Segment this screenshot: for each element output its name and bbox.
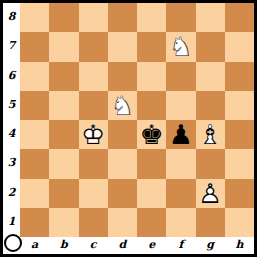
square-b2[interactable] <box>49 179 78 208</box>
square-b6[interactable] <box>49 62 78 91</box>
square-f8[interactable] <box>166 3 195 32</box>
square-e2[interactable] <box>137 179 166 208</box>
square-a1[interactable] <box>20 208 49 237</box>
black-king[interactable]: ♚ <box>137 120 166 149</box>
square-e7[interactable] <box>137 32 166 61</box>
square-d7[interactable] <box>108 32 137 61</box>
square-h3[interactable] <box>225 149 254 178</box>
square-b3[interactable] <box>49 149 78 178</box>
chess-diagram: ♞♘♞♘♚♔♚♟♝♗♟♙ 87654321 abcdefgh <box>0 0 257 257</box>
file-label-b: b <box>49 237 78 254</box>
white-knight[interactable]: ♞♘ <box>166 32 195 61</box>
square-c5[interactable] <box>79 91 108 120</box>
square-c6[interactable] <box>79 62 108 91</box>
square-c2[interactable] <box>79 179 108 208</box>
rank-labels: 87654321 <box>3 3 20 237</box>
square-b5[interactable] <box>49 91 78 120</box>
square-e5[interactable] <box>137 91 166 120</box>
square-h8[interactable] <box>225 3 254 32</box>
square-e3[interactable] <box>137 149 166 178</box>
rank-label-7: 7 <box>3 32 20 61</box>
square-c3[interactable] <box>79 149 108 178</box>
square-b1[interactable] <box>49 208 78 237</box>
file-label-f: f <box>166 237 195 254</box>
square-h5[interactable] <box>225 91 254 120</box>
file-label-c: c <box>79 237 108 254</box>
black-pawn[interactable]: ♟ <box>166 120 195 149</box>
square-g2[interactable]: ♟♙ <box>196 179 225 208</box>
square-f1[interactable] <box>166 208 195 237</box>
square-f6[interactable] <box>166 62 195 91</box>
square-e6[interactable] <box>137 62 166 91</box>
square-d5[interactable]: ♞♘ <box>108 91 137 120</box>
square-g6[interactable] <box>196 62 225 91</box>
rank-label-1: 1 <box>3 208 20 237</box>
square-f5[interactable] <box>166 91 195 120</box>
white-bishop[interactable]: ♝♗ <box>196 120 225 149</box>
square-g1[interactable] <box>196 208 225 237</box>
white-knight[interactable]: ♞♘ <box>108 91 137 120</box>
square-b7[interactable] <box>49 32 78 61</box>
square-d6[interactable] <box>108 62 137 91</box>
square-g4[interactable]: ♝♗ <box>196 120 225 149</box>
square-d1[interactable] <box>108 208 137 237</box>
chess-board: ♞♘♞♘♚♔♚♟♝♗♟♙ <box>20 3 254 237</box>
square-a5[interactable] <box>20 91 49 120</box>
white-to-move-indicator <box>4 234 22 252</box>
square-e8[interactable] <box>137 3 166 32</box>
square-a7[interactable] <box>20 32 49 61</box>
square-a4[interactable] <box>20 120 49 149</box>
square-c4[interactable]: ♚♔ <box>79 120 108 149</box>
rank-label-3: 3 <box>3 149 20 178</box>
square-h2[interactable] <box>225 179 254 208</box>
square-h6[interactable] <box>225 62 254 91</box>
square-e4[interactable]: ♚ <box>137 120 166 149</box>
square-h1[interactable] <box>225 208 254 237</box>
square-h7[interactable] <box>225 32 254 61</box>
square-c8[interactable] <box>79 3 108 32</box>
square-f4[interactable]: ♟ <box>166 120 195 149</box>
square-d2[interactable] <box>108 179 137 208</box>
square-a6[interactable] <box>20 62 49 91</box>
square-h4[interactable] <box>225 120 254 149</box>
rank-label-4: 4 <box>3 120 20 149</box>
white-king[interactable]: ♚♔ <box>79 120 108 149</box>
file-label-g: g <box>196 237 225 254</box>
square-a8[interactable] <box>20 3 49 32</box>
square-f7[interactable]: ♞♘ <box>166 32 195 61</box>
rank-label-5: 5 <box>3 91 20 120</box>
file-labels: abcdefgh <box>20 237 254 254</box>
rank-label-8: 8 <box>3 3 20 32</box>
file-label-d: d <box>108 237 137 254</box>
square-a2[interactable] <box>20 179 49 208</box>
square-a3[interactable] <box>20 149 49 178</box>
square-c7[interactable] <box>79 32 108 61</box>
square-f3[interactable] <box>166 149 195 178</box>
square-d4[interactable] <box>108 120 137 149</box>
square-b4[interactable] <box>49 120 78 149</box>
file-label-h: h <box>225 237 254 254</box>
square-b8[interactable] <box>49 3 78 32</box>
square-g3[interactable] <box>196 149 225 178</box>
rank-label-2: 2 <box>3 179 20 208</box>
square-g8[interactable] <box>196 3 225 32</box>
square-e1[interactable] <box>137 208 166 237</box>
square-d3[interactable] <box>108 149 137 178</box>
square-g7[interactable] <box>196 32 225 61</box>
rank-label-6: 6 <box>3 62 20 91</box>
square-f2[interactable] <box>166 179 195 208</box>
square-g5[interactable] <box>196 91 225 120</box>
white-pawn[interactable]: ♟♙ <box>196 179 225 208</box>
file-label-e: e <box>137 237 166 254</box>
square-c1[interactable] <box>79 208 108 237</box>
square-d8[interactable] <box>108 3 137 32</box>
file-label-a: a <box>20 237 49 254</box>
